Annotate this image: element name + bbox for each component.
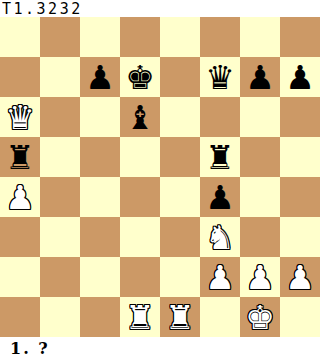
square-e7[interactable] xyxy=(160,57,200,97)
square-d5[interactable] xyxy=(120,137,160,177)
square-d3[interactable] xyxy=(120,217,160,257)
square-d7[interactable]: ♚ xyxy=(120,57,160,97)
square-g5[interactable] xyxy=(240,137,280,177)
piece-black-pawn: ♟ xyxy=(85,61,115,94)
square-f7[interactable]: ♛ xyxy=(200,57,240,97)
square-h3[interactable] xyxy=(280,217,320,257)
piece-white-pawn: ♟ xyxy=(245,261,275,294)
puzzle-id: T1.3232 xyxy=(0,0,320,17)
piece-black-king: ♚ xyxy=(125,61,155,94)
square-c6[interactable] xyxy=(80,97,120,137)
square-f2[interactable]: ♟ xyxy=(200,257,240,297)
piece-black-bishop: ♝ xyxy=(125,101,155,134)
move-prompt: 1. ? xyxy=(0,337,320,360)
square-d6[interactable]: ♝ xyxy=(120,97,160,137)
piece-white-pawn: ♟ xyxy=(285,261,315,294)
square-a7[interactable] xyxy=(0,57,40,97)
square-e4[interactable] xyxy=(160,177,200,217)
square-h6[interactable] xyxy=(280,97,320,137)
square-a6[interactable]: ♛ xyxy=(0,97,40,137)
square-g6[interactable] xyxy=(240,97,280,137)
square-a1[interactable] xyxy=(0,297,40,337)
chess-board: ♟♚♛♟♟♛♝♜♜♟♟♞♟♟♟♜♜♚ xyxy=(0,17,320,337)
square-a3[interactable] xyxy=(0,217,40,257)
square-g8[interactable] xyxy=(240,17,280,57)
square-e5[interactable] xyxy=(160,137,200,177)
square-a5[interactable]: ♜ xyxy=(0,137,40,177)
square-b5[interactable] xyxy=(40,137,80,177)
piece-black-pawn: ♟ xyxy=(285,61,315,94)
square-e3[interactable] xyxy=(160,217,200,257)
square-h7[interactable]: ♟ xyxy=(280,57,320,97)
square-b1[interactable] xyxy=(40,297,80,337)
square-f3[interactable]: ♞ xyxy=(200,217,240,257)
square-c2[interactable] xyxy=(80,257,120,297)
square-a4[interactable]: ♟ xyxy=(0,177,40,217)
square-c3[interactable] xyxy=(80,217,120,257)
square-g2[interactable]: ♟ xyxy=(240,257,280,297)
piece-black-pawn: ♟ xyxy=(205,181,235,214)
square-b2[interactable] xyxy=(40,257,80,297)
square-c1[interactable] xyxy=(80,297,120,337)
square-b6[interactable] xyxy=(40,97,80,137)
square-c4[interactable] xyxy=(80,177,120,217)
square-h1[interactable] xyxy=(280,297,320,337)
square-e6[interactable] xyxy=(160,97,200,137)
piece-white-rook: ♜ xyxy=(125,301,155,334)
piece-white-queen: ♛ xyxy=(5,101,35,134)
square-d2[interactable] xyxy=(120,257,160,297)
square-e2[interactable] xyxy=(160,257,200,297)
piece-white-pawn: ♟ xyxy=(205,261,235,294)
square-c7[interactable]: ♟ xyxy=(80,57,120,97)
square-d4[interactable] xyxy=(120,177,160,217)
piece-black-rook: ♜ xyxy=(5,141,35,174)
square-h4[interactable] xyxy=(280,177,320,217)
square-g3[interactable] xyxy=(240,217,280,257)
square-c8[interactable] xyxy=(80,17,120,57)
square-g7[interactable]: ♟ xyxy=(240,57,280,97)
square-f1[interactable] xyxy=(200,297,240,337)
square-h5[interactable] xyxy=(280,137,320,177)
square-g1[interactable]: ♚ xyxy=(240,297,280,337)
square-b3[interactable] xyxy=(40,217,80,257)
square-a2[interactable] xyxy=(0,257,40,297)
square-e1[interactable]: ♜ xyxy=(160,297,200,337)
square-e8[interactable] xyxy=(160,17,200,57)
square-h2[interactable]: ♟ xyxy=(280,257,320,297)
piece-white-king: ♚ xyxy=(245,301,275,334)
square-a8[interactable] xyxy=(0,17,40,57)
square-f8[interactable] xyxy=(200,17,240,57)
piece-black-pawn: ♟ xyxy=(245,61,275,94)
square-b7[interactable] xyxy=(40,57,80,97)
piece-white-rook: ♜ xyxy=(165,301,195,334)
square-b8[interactable] xyxy=(40,17,80,57)
piece-black-queen: ♛ xyxy=(205,61,235,94)
square-f6[interactable] xyxy=(200,97,240,137)
square-c5[interactable] xyxy=(80,137,120,177)
square-b4[interactable] xyxy=(40,177,80,217)
square-g4[interactable] xyxy=(240,177,280,217)
piece-black-rook: ♜ xyxy=(205,141,235,174)
square-d1[interactable]: ♜ xyxy=(120,297,160,337)
square-d8[interactable] xyxy=(120,17,160,57)
piece-white-knight: ♞ xyxy=(205,221,235,254)
square-f4[interactable]: ♟ xyxy=(200,177,240,217)
piece-white-pawn: ♟ xyxy=(5,181,35,214)
square-h8[interactable] xyxy=(280,17,320,57)
square-f5[interactable]: ♜ xyxy=(200,137,240,177)
